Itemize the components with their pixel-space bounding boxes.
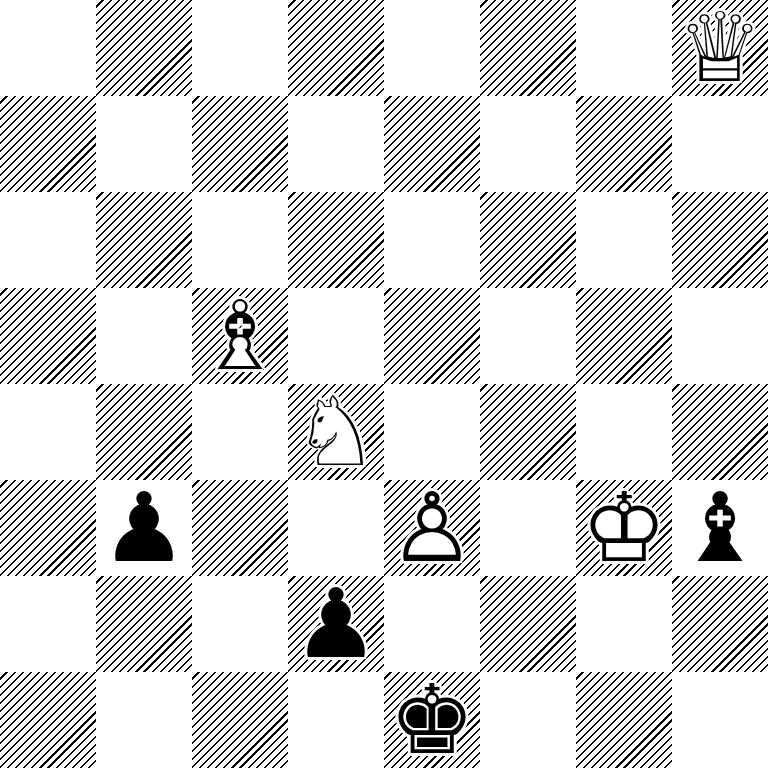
square-c6[interactable]	[192, 192, 288, 288]
square-d8[interactable]	[288, 0, 384, 96]
square-g5[interactable]	[576, 288, 672, 384]
square-f4[interactable]	[480, 384, 576, 480]
square-c8[interactable]	[192, 0, 288, 96]
square-h6[interactable]	[672, 192, 768, 288]
square-a1[interactable]	[0, 672, 96, 768]
white-knight-glyph: ♘	[288, 384, 384, 480]
square-g6[interactable]	[576, 192, 672, 288]
square-e8[interactable]	[384, 0, 480, 96]
square-g3[interactable]: ♚♔	[576, 480, 672, 576]
black-pawn[interactable]: ♟♟	[288, 576, 384, 672]
square-e6[interactable]	[384, 192, 480, 288]
square-c3[interactable]	[192, 480, 288, 576]
black-pawn-glyph: ♟	[288, 576, 384, 672]
square-a8[interactable]	[0, 0, 96, 96]
square-e3[interactable]: ♟♙	[384, 480, 480, 576]
square-g4[interactable]	[576, 384, 672, 480]
white-bishop[interactable]: ♝♗	[192, 288, 288, 384]
square-b6[interactable]	[96, 192, 192, 288]
square-a3[interactable]	[0, 480, 96, 576]
square-f1[interactable]	[480, 672, 576, 768]
square-c2[interactable]	[192, 576, 288, 672]
square-f6[interactable]	[480, 192, 576, 288]
square-a4[interactable]	[0, 384, 96, 480]
square-a2[interactable]	[0, 576, 96, 672]
square-h3[interactable]: ♝♝	[672, 480, 768, 576]
square-h4[interactable]	[672, 384, 768, 480]
square-b8[interactable]	[96, 0, 192, 96]
white-queen[interactable]: ♛♕	[672, 0, 768, 96]
white-queen-glyph: ♕	[672, 0, 768, 96]
square-d6[interactable]	[288, 192, 384, 288]
black-king-glyph: ♚	[384, 672, 480, 768]
square-c4[interactable]	[192, 384, 288, 480]
square-h1[interactable]	[672, 672, 768, 768]
square-b7[interactable]	[96, 96, 192, 192]
white-pawn[interactable]: ♟♙	[384, 480, 480, 576]
square-h8[interactable]: ♛♕	[672, 0, 768, 96]
square-f3[interactable]	[480, 480, 576, 576]
white-bishop-glyph: ♗	[192, 288, 288, 384]
square-g7[interactable]	[576, 96, 672, 192]
square-h7[interactable]	[672, 96, 768, 192]
square-f2[interactable]	[480, 576, 576, 672]
black-pawn-glyph: ♟	[96, 480, 192, 576]
square-d7[interactable]	[288, 96, 384, 192]
square-e5[interactable]	[384, 288, 480, 384]
square-g2[interactable]	[576, 576, 672, 672]
square-e7[interactable]	[384, 96, 480, 192]
square-c7[interactable]	[192, 96, 288, 192]
square-b4[interactable]	[96, 384, 192, 480]
square-f7[interactable]	[480, 96, 576, 192]
square-d3[interactable]	[288, 480, 384, 576]
square-b1[interactable]	[96, 672, 192, 768]
black-bishop[interactable]: ♝♝	[672, 480, 768, 576]
square-g8[interactable]	[576, 0, 672, 96]
white-king[interactable]: ♚♔	[576, 480, 672, 576]
square-a6[interactable]	[0, 192, 96, 288]
black-pawn[interactable]: ♟♟	[96, 480, 192, 576]
square-e4[interactable]	[384, 384, 480, 480]
square-d2[interactable]: ♟♟	[288, 576, 384, 672]
square-d5[interactable]	[288, 288, 384, 384]
square-c5[interactable]: ♝♗	[192, 288, 288, 384]
square-f5[interactable]	[480, 288, 576, 384]
square-h5[interactable]	[672, 288, 768, 384]
square-a7[interactable]	[0, 96, 96, 192]
black-bishop-glyph: ♝	[672, 480, 768, 576]
square-b3[interactable]: ♟♟	[96, 480, 192, 576]
black-king[interactable]: ♚♚	[384, 672, 480, 768]
square-f8[interactable]	[480, 0, 576, 96]
square-a5[interactable]	[0, 288, 96, 384]
white-pawn-glyph: ♙	[384, 480, 480, 576]
square-d1[interactable]	[288, 672, 384, 768]
white-king-glyph: ♔	[576, 480, 672, 576]
square-e2[interactable]	[384, 576, 480, 672]
square-h2[interactable]	[672, 576, 768, 672]
white-knight[interactable]: ♞♘	[288, 384, 384, 480]
square-g1[interactable]	[576, 672, 672, 768]
chess-board: ♛♕♝♗♞♘♟♟♟♙♚♔♝♝♟♟♚♚	[0, 0, 768, 768]
square-d4[interactable]: ♞♘	[288, 384, 384, 480]
square-b2[interactable]	[96, 576, 192, 672]
square-c1[interactable]	[192, 672, 288, 768]
square-b5[interactable]	[96, 288, 192, 384]
square-e1[interactable]: ♚♚	[384, 672, 480, 768]
